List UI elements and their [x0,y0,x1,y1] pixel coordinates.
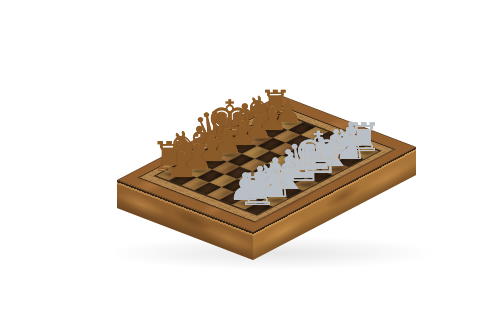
chess-set-photo: ♜♞♝♛♚♝♞♜♟♟♟♟♟♟♟♟♟♟♟♟♟♟♟♟♜♞♝♛♚♝♞♜ [0,0,480,320]
